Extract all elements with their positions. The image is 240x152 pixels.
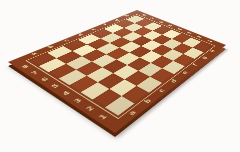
board-photo: abcdefgh abcdefgh 87654321 87654321	[0, 0, 240, 152]
